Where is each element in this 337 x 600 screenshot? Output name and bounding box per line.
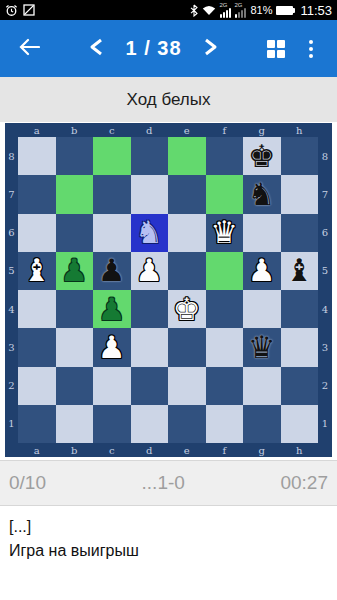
square-h6[interactable] [281, 214, 319, 252]
piece-black-pawn: ♟ [98, 294, 126, 325]
square-f6[interactable]: ♛ [206, 214, 244, 252]
square-a7[interactable] [18, 175, 56, 213]
signal-2g-label: 2G [219, 2, 227, 8]
square-d2[interactable] [131, 367, 169, 405]
prev-move-button[interactable] [85, 34, 107, 63]
rank-label: 2 [5, 367, 18, 405]
clock-time: 11:53 [300, 3, 332, 18]
app-bar: 1 / 38 [0, 20, 337, 77]
square-e2[interactable] [168, 367, 206, 405]
square-e8[interactable] [168, 137, 206, 175]
square-g7[interactable]: ♞ [243, 175, 281, 213]
timer: 00:27 [280, 472, 328, 494]
file-label: d [131, 443, 169, 457]
rank-label: 3 [318, 328, 332, 366]
square-d3[interactable] [131, 328, 169, 366]
square-b6[interactable] [56, 214, 94, 252]
screenshot-icon [23, 4, 35, 16]
piece-white-pawn: ♟ [135, 255, 163, 286]
rank-label: 8 [318, 137, 332, 175]
file-label: e [168, 443, 206, 457]
piece-white-queen: ♛ [210, 217, 238, 248]
file-label: c [93, 443, 131, 457]
rank-label: 4 [5, 290, 18, 328]
overflow-menu-button[interactable] [299, 34, 323, 64]
square-h7[interactable] [281, 175, 319, 213]
piece-black-pawn: ♟ [98, 255, 126, 286]
square-b5[interactable]: ♟ [56, 252, 94, 290]
file-label: a [18, 443, 56, 457]
square-b2[interactable] [56, 367, 94, 405]
square-f8[interactable] [206, 137, 244, 175]
square-g5[interactable]: ♟ [243, 252, 281, 290]
file-label: g [243, 443, 281, 457]
square-a2[interactable] [18, 367, 56, 405]
square-b3[interactable] [56, 328, 94, 366]
square-h5[interactable]: ♝ [281, 252, 319, 290]
square-h8[interactable] [281, 137, 319, 175]
overflow-menu-icon [303, 38, 319, 60]
square-a6[interactable] [18, 214, 56, 252]
rank-label: 8 [5, 137, 18, 175]
rank-label: 4 [318, 290, 332, 328]
square-f4[interactable] [206, 290, 244, 328]
square-g2[interactable] [243, 367, 281, 405]
position-counter: 1 / 38 [125, 37, 181, 60]
square-c3[interactable]: ♟ [93, 328, 131, 366]
turn-banner: Ход белых [0, 77, 337, 122]
grid-icon [267, 40, 285, 58]
piece-white-bishop: ♝ [23, 255, 51, 286]
square-f7[interactable] [206, 175, 244, 213]
file-label: h [281, 123, 319, 137]
piece-black-bishop: ♝ [285, 255, 313, 286]
square-g8[interactable]: ♚ [243, 137, 281, 175]
square-f5[interactable] [206, 252, 244, 290]
board-frame-corner [5, 123, 18, 137]
rank-label: 2 [318, 367, 332, 405]
square-f1[interactable] [206, 405, 244, 443]
square-c7[interactable] [93, 175, 131, 213]
square-a8[interactable] [18, 137, 56, 175]
square-g3[interactable]: ♛ [243, 328, 281, 366]
square-e7[interactable] [168, 175, 206, 213]
file-label: h [281, 443, 319, 457]
square-g6[interactable] [243, 214, 281, 252]
rank-label: 1 [318, 405, 332, 443]
piece-black-knight: ♞ [248, 179, 276, 210]
rank-label: 5 [318, 252, 332, 290]
square-d5[interactable]: ♟ [131, 252, 169, 290]
square-e5[interactable] [168, 252, 206, 290]
square-d1[interactable] [131, 405, 169, 443]
turn-banner-text: Ход белых [127, 90, 211, 110]
rank-label: 7 [5, 175, 18, 213]
task-comment: Игра на выигрыш [9, 539, 328, 563]
board-frame-corner [318, 443, 332, 457]
alarm-icon [5, 4, 18, 17]
file-label: a [18, 123, 56, 137]
stats-bar: 0/10 ...1-0 00:27 [0, 460, 337, 506]
square-c1[interactable] [93, 405, 131, 443]
battery-icon [276, 6, 293, 15]
square-g4[interactable] [243, 290, 281, 328]
status-bar: 2G 2G 81% 11:53 [0, 0, 337, 20]
piece-white-pawn: ♟ [98, 332, 126, 363]
piece-black-pawn: ♟ [60, 255, 88, 286]
annotation-area: [...] Игра на выигрыш [0, 506, 337, 572]
file-label: f [206, 123, 244, 137]
wifi-icon [202, 5, 216, 16]
square-c2[interactable] [93, 367, 131, 405]
back-arrow-icon [18, 38, 40, 59]
square-h1[interactable] [281, 405, 319, 443]
piece-white-knight: ♞ [135, 217, 163, 248]
square-h2[interactable] [281, 367, 319, 405]
signal-2g-label: 2G [234, 2, 242, 8]
rank-label: 1 [5, 405, 18, 443]
piece-white-pawn: ♟ [248, 255, 276, 286]
file-label: g [243, 123, 281, 137]
piece-black-queen: ♛ [248, 332, 276, 363]
square-e1[interactable] [168, 405, 206, 443]
square-g1[interactable] [243, 405, 281, 443]
file-label: e [168, 123, 206, 137]
piece-black-king: ♚ [248, 141, 276, 172]
file-label: b [56, 443, 94, 457]
square-c5[interactable]: ♟ [93, 252, 131, 290]
app-window: 2G 2G 81% 11:53 1 / 38 [0, 0, 337, 600]
next-chevron-icon [204, 38, 218, 59]
square-a5[interactable]: ♝ [18, 252, 56, 290]
board-frame-corner [318, 123, 332, 137]
square-c4[interactable]: ♟ [93, 290, 131, 328]
square-c8[interactable] [93, 137, 131, 175]
next-move-button[interactable] [200, 34, 222, 63]
square-b4[interactable] [56, 290, 94, 328]
rank-label: 7 [318, 175, 332, 213]
square-d6[interactable]: ♞ [131, 214, 169, 252]
rank-label: 6 [318, 214, 332, 252]
square-h3[interactable] [281, 328, 319, 366]
game-result: ...1-0 [142, 472, 185, 494]
square-a3[interactable] [18, 328, 56, 366]
square-d4[interactable] [131, 290, 169, 328]
square-e6[interactable] [168, 214, 206, 252]
signal-bars: 2G [220, 3, 231, 18]
prev-chevron-icon [89, 38, 103, 59]
positions-grid-button[interactable] [263, 36, 289, 62]
square-e4[interactable]: ♚ [168, 290, 206, 328]
square-f3[interactable] [206, 328, 244, 366]
rank-label: 6 [5, 214, 18, 252]
square-a1[interactable] [18, 405, 56, 443]
score-counter: 0/10 [9, 472, 46, 494]
back-button[interactable] [14, 34, 44, 63]
rank-label: 5 [5, 252, 18, 290]
bluetooth-icon [190, 4, 198, 17]
square-b7[interactable] [56, 175, 94, 213]
square-c6[interactable] [93, 214, 131, 252]
square-d7[interactable] [131, 175, 169, 213]
battery-percent: 81% [250, 4, 272, 16]
file-label: d [131, 123, 169, 137]
square-b8[interactable] [56, 137, 94, 175]
square-h4[interactable] [281, 290, 319, 328]
file-label: f [206, 443, 244, 457]
file-label: b [56, 123, 94, 137]
square-f2[interactable] [206, 367, 244, 405]
chess-board: abcdefgh8♚87♞76♞♛65♝♟♟♟♟♝54♟♚43♟♛32211ab… [5, 123, 332, 457]
move-list-placeholder[interactable]: [...] [9, 515, 328, 539]
square-d8[interactable] [131, 137, 169, 175]
square-b1[interactable] [56, 405, 94, 443]
signal-bars: 2G [235, 3, 246, 18]
square-a4[interactable] [18, 290, 56, 328]
rank-label: 3 [5, 328, 18, 366]
file-label: c [93, 123, 131, 137]
piece-white-king: ♚ [173, 294, 201, 325]
square-e3[interactable] [168, 328, 206, 366]
board-frame-corner [5, 443, 18, 457]
